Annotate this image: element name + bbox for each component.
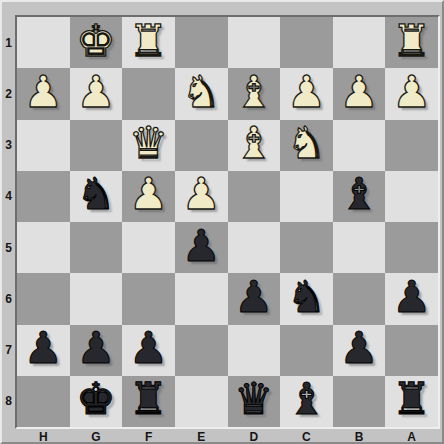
square-b1[interactable] [333, 17, 386, 68]
square-d7[interactable] [228, 325, 281, 376]
square-g4[interactable]: ♞ [70, 171, 123, 222]
rank-label-8: 8 [2, 394, 15, 408]
square-c1[interactable] [280, 17, 333, 68]
chessboard-frame: 12345678 ♚♜♜♟♟♞♝♟♟♟♛♝♞♞♟♟♝♟♟♞♟♟♟♟♟♚♜♛♝♜ … [0, 0, 444, 444]
white-bishop-icon[interactable]: ♝ [234, 121, 273, 165]
square-a8[interactable]: ♜ [385, 376, 438, 427]
square-d6[interactable]: ♟ [228, 273, 281, 324]
square-g3[interactable] [70, 120, 123, 171]
square-h7[interactable]: ♟ [17, 325, 70, 376]
square-g6[interactable] [70, 273, 123, 324]
square-f7[interactable]: ♟ [122, 325, 175, 376]
black-knight-icon[interactable]: ♞ [76, 172, 115, 216]
square-g8[interactable]: ♚ [70, 376, 123, 427]
square-c6[interactable]: ♞ [280, 273, 333, 324]
rank-label-2: 2 [2, 87, 15, 101]
black-rook-icon[interactable]: ♜ [392, 377, 431, 421]
square-d2[interactable]: ♝ [228, 68, 281, 119]
square-c8[interactable]: ♝ [280, 376, 333, 427]
square-g7[interactable]: ♟ [70, 325, 123, 376]
black-knight-icon[interactable]: ♞ [287, 275, 326, 319]
square-a6[interactable]: ♟ [385, 273, 438, 324]
file-label-a: A [385, 430, 438, 444]
square-b6[interactable] [333, 273, 386, 324]
file-label-g: G [70, 430, 123, 444]
square-c4[interactable] [280, 171, 333, 222]
black-pawn-icon[interactable]: ♟ [129, 326, 168, 370]
square-h8[interactable] [17, 376, 70, 427]
square-h3[interactable] [17, 120, 70, 171]
white-pawn-icon[interactable]: ♟ [339, 70, 378, 114]
rank-label-6: 6 [2, 292, 15, 306]
square-e6[interactable] [175, 273, 228, 324]
square-c2[interactable]: ♟ [280, 68, 333, 119]
square-f2[interactable] [122, 68, 175, 119]
rank-label-4: 4 [2, 189, 15, 203]
square-h5[interactable] [17, 222, 70, 273]
white-pawn-icon[interactable]: ♟ [24, 70, 63, 114]
square-e8[interactable] [175, 376, 228, 427]
white-pawn-icon[interactable]: ♟ [392, 70, 431, 114]
white-knight-icon[interactable]: ♞ [181, 70, 220, 114]
black-pawn-icon[interactable]: ♟ [392, 275, 431, 319]
square-b4[interactable]: ♝ [333, 171, 386, 222]
square-a1[interactable]: ♜ [385, 17, 438, 68]
file-labels: HGFEDCBA [17, 429, 438, 444]
white-pawn-icon[interactable]: ♟ [76, 70, 115, 114]
white-rook-icon[interactable]: ♜ [129, 19, 168, 63]
black-bishop-icon[interactable]: ♝ [339, 172, 378, 216]
square-f1[interactable]: ♜ [122, 17, 175, 68]
white-king-icon[interactable]: ♚ [76, 19, 115, 63]
square-e4[interactable]: ♟ [175, 171, 228, 222]
square-b7[interactable]: ♟ [333, 325, 386, 376]
white-pawn-icon[interactable]: ♟ [287, 70, 326, 114]
black-bishop-icon[interactable]: ♝ [287, 377, 326, 421]
black-king-icon[interactable]: ♚ [76, 377, 115, 421]
square-g2[interactable]: ♟ [70, 68, 123, 119]
square-b2[interactable]: ♟ [333, 68, 386, 119]
square-b3[interactable] [333, 120, 386, 171]
file-label-h: H [17, 430, 70, 444]
white-knight-icon[interactable]: ♞ [287, 121, 326, 165]
rank-label-3: 3 [2, 138, 15, 152]
square-c5[interactable] [280, 222, 333, 273]
square-d4[interactable] [228, 171, 281, 222]
square-f4[interactable]: ♟ [122, 171, 175, 222]
square-a2[interactable]: ♟ [385, 68, 438, 119]
file-label-f: F [122, 430, 175, 444]
black-rook-icon[interactable]: ♜ [129, 377, 168, 421]
square-h6[interactable] [17, 273, 70, 324]
square-d3[interactable]: ♝ [228, 120, 281, 171]
white-pawn-icon[interactable]: ♟ [181, 172, 220, 216]
square-d1[interactable] [228, 17, 281, 68]
square-g1[interactable]: ♚ [70, 17, 123, 68]
square-d5[interactable] [228, 222, 281, 273]
square-f8[interactable]: ♜ [122, 376, 175, 427]
square-a7[interactable] [385, 325, 438, 376]
black-pawn-icon[interactable]: ♟ [234, 275, 273, 319]
square-b8[interactable] [333, 376, 386, 427]
square-e3[interactable] [175, 120, 228, 171]
black-pawn-icon[interactable]: ♟ [76, 326, 115, 370]
square-e5[interactable]: ♟ [175, 222, 228, 273]
square-a5[interactable] [385, 222, 438, 273]
file-label-d: D [228, 430, 281, 444]
square-d8[interactable]: ♛ [228, 376, 281, 427]
square-g5[interactable] [70, 222, 123, 273]
black-queen-icon[interactable]: ♛ [234, 377, 273, 421]
rank-label-1: 1 [2, 36, 15, 50]
square-h2[interactable]: ♟ [17, 68, 70, 119]
square-a3[interactable] [385, 120, 438, 171]
square-a4[interactable] [385, 171, 438, 222]
rank-labels: 12345678 [2, 17, 15, 427]
rank-label-5: 5 [2, 241, 15, 255]
square-b5[interactable] [333, 222, 386, 273]
white-bishop-icon[interactable]: ♝ [234, 70, 273, 114]
chess-board: ♚♜♜♟♟♞♝♟♟♟♛♝♞♞♟♟♝♟♟♞♟♟♟♟♟♚♜♛♝♜ [15, 15, 440, 429]
black-pawn-icon[interactable]: ♟ [24, 326, 63, 370]
square-f3[interactable]: ♛ [122, 120, 175, 171]
file-label-e: E [175, 430, 228, 444]
rank-label-7: 7 [2, 343, 15, 357]
square-e1[interactable] [175, 17, 228, 68]
black-pawn-icon[interactable]: ♟ [339, 326, 378, 370]
file-label-b: B [333, 430, 386, 444]
square-h1[interactable] [17, 17, 70, 68]
square-e2[interactable]: ♞ [175, 68, 228, 119]
white-queen-icon[interactable]: ♛ [129, 121, 168, 165]
square-f5[interactable] [122, 222, 175, 273]
black-pawn-icon[interactable]: ♟ [181, 224, 220, 268]
square-c7[interactable] [280, 325, 333, 376]
square-e7[interactable] [175, 325, 228, 376]
white-pawn-icon[interactable]: ♟ [129, 172, 168, 216]
white-rook-icon[interactable]: ♜ [392, 19, 431, 63]
square-c3[interactable]: ♞ [280, 120, 333, 171]
file-label-c: C [280, 430, 333, 444]
square-h4[interactable] [17, 171, 70, 222]
square-f6[interactable] [122, 273, 175, 324]
